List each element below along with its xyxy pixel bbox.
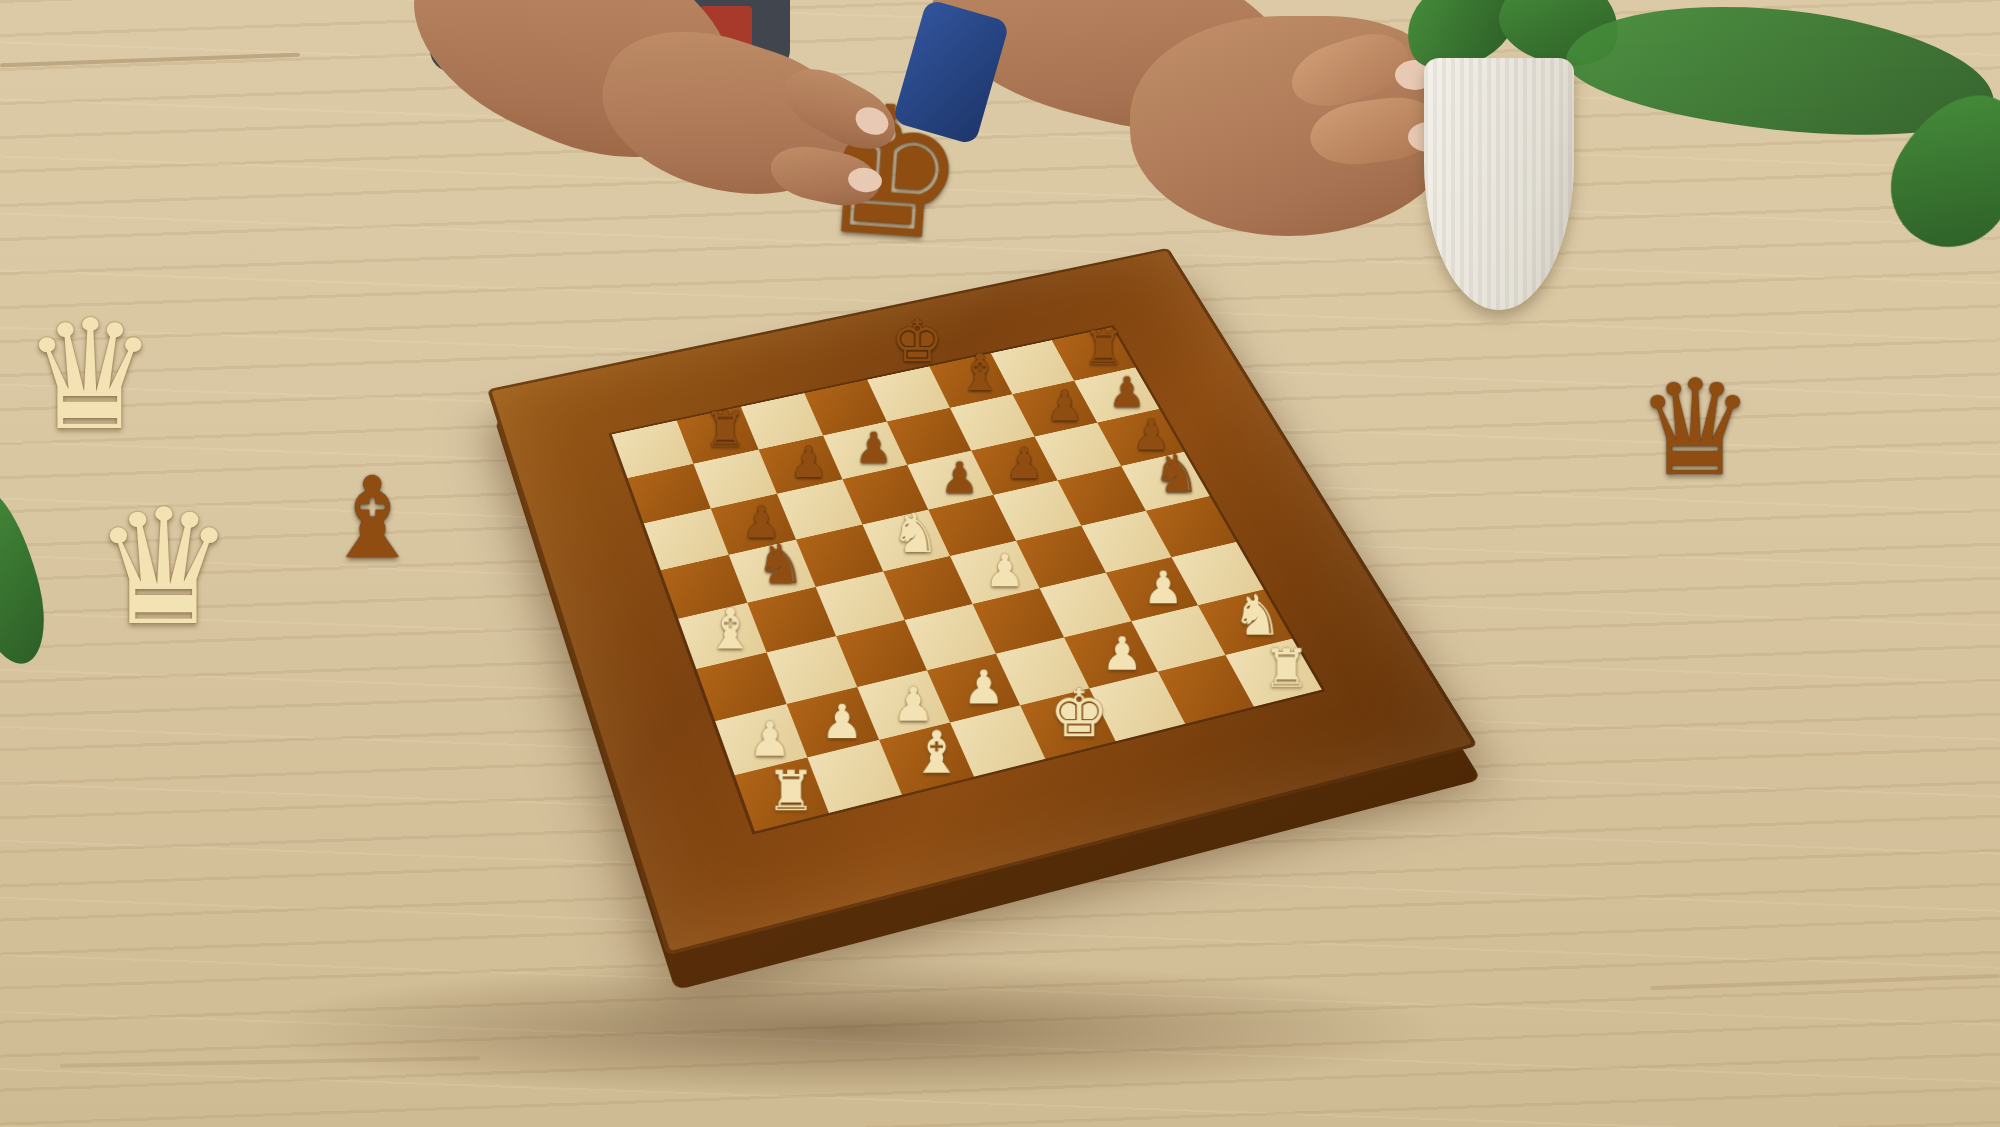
piece-glyph: ♟ [1046,385,1084,427]
piece-glyph: ♚ [891,311,944,370]
piece-glyph: ♟ [963,664,1005,711]
piece-glyph: ♟ [1143,565,1183,610]
piece-glyph: ♟ [1102,631,1143,677]
piece-glyph: ♞ [1153,447,1200,500]
piece-glyph: ♝ [910,723,962,782]
piece-glyph: ♟ [940,456,979,499]
piece-glyph: ♜ [1083,325,1125,372]
piece-glyph: ♜ [766,764,815,819]
board-perspective-wrapper: ♚♜♜♝♝♞♞♟♟♟♟♟♟♟♚♜♜♝♞♞♟♟♟♟♟♟♟♟ [0,0,2000,1127]
piece-glyph: ♟ [1108,371,1145,413]
piece-glyph: ♝ [957,347,1003,398]
captured-black-queen-right[interactable]: ♛ [1636,362,1754,494]
piece-glyph: ♟ [1005,442,1043,485]
piece-glyph: ♟ [855,426,893,469]
piece-glyph: ♞ [891,506,940,560]
captured-black-bishop-on-frame[interactable]: ♝ [322,462,422,574]
spare-white-queen-near[interactable]: ♛ [92,488,235,648]
spare-white-queen-far[interactable]: ♛ [22,300,158,452]
white-pawn-e4[interactable]: ♟ [950,540,1040,603]
piece-glyph: ♟ [789,441,827,484]
piece-glyph: ♝ [705,601,755,657]
piece-glyph: ♟ [985,548,1025,593]
piece-glyph: ♟ [749,715,791,762]
piece-glyph: ♞ [756,537,805,592]
piece-glyph: ♜ [704,406,747,454]
piece-glyph: ♟ [821,698,863,745]
piece-glyph: ♞ [1232,588,1282,644]
piece-glyph: ♜ [1263,642,1310,695]
photo-scene: ♚♜♜♝♝♞♞♟♟♟♟♟♟♟♚♜♜♝♞♞♟♟♟♟♟♟♟♟ ♛♛♝♛♚♟ [0,0,2000,1127]
piece-glyph: ♚ [1049,680,1109,746]
chessboard: ♚♜♜♝♝♞♞♟♟♟♟♟♟♟♚♜♜♝♞♞♟♟♟♟♟♟♟♟ [487,247,1478,955]
